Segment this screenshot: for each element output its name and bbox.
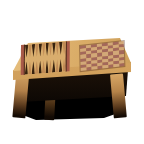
backgammon-point — [42, 60, 46, 73]
backgammon-point — [32, 44, 36, 57]
backgammon-point — [49, 43, 53, 56]
backgammon-point — [25, 61, 29, 74]
backgammon-end-strip-right — [66, 41, 70, 71]
backgammon-point — [52, 59, 56, 72]
backgammon-point — [49, 60, 53, 73]
backgammon-point — [35, 44, 39, 57]
backgammon-point — [25, 44, 29, 57]
backgammon-point — [32, 61, 36, 74]
backgammon-point — [28, 44, 32, 57]
backgammon-point — [55, 59, 59, 72]
backgammon-field — [25, 41, 66, 74]
backgammon-board — [21, 41, 70, 75]
backgammon-point — [35, 61, 39, 74]
backgammon-point — [45, 60, 49, 73]
backgammon-point — [39, 43, 43, 56]
chess-square — [119, 63, 125, 67]
game-table-photo — [0, 0, 144, 144]
backgammon-point — [59, 42, 63, 55]
backgammon-point — [38, 60, 42, 73]
backgammon-point — [52, 42, 56, 55]
backgammon-point — [56, 42, 60, 55]
backgammon-point — [42, 43, 46, 56]
chessboard — [80, 41, 124, 71]
backgammon-point — [28, 61, 32, 74]
backgammon-point — [45, 43, 49, 56]
backgammon-point — [59, 59, 63, 72]
